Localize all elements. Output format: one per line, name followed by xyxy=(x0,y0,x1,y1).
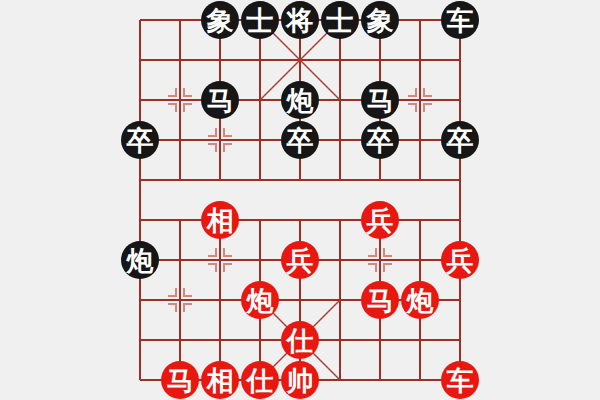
black-soldier-g7[interactable]: 卒 xyxy=(361,121,399,159)
black-advisor-f10[interactable]: 士 xyxy=(321,1,359,39)
red-horse-b1[interactable]: 马 xyxy=(161,361,199,399)
red-elephant-c5[interactable]: 相 xyxy=(201,201,239,239)
black-chariot-i10[interactable]: 车 xyxy=(441,1,479,39)
xiangqi-board[interactable]: 象士将士象车马炮马卒卒卒卒炮相兵兵兵炮马炮仕马相仕帅车 xyxy=(120,0,480,400)
red-soldier-g5[interactable]: 兵 xyxy=(361,201,399,239)
red-soldier-i4[interactable]: 兵 xyxy=(441,241,479,279)
black-horse-g8[interactable]: 马 xyxy=(361,81,399,119)
red-advisor-d1[interactable]: 仕 xyxy=(241,361,279,399)
red-general-e1[interactable]: 帅 xyxy=(281,361,319,399)
red-soldier-e4[interactable]: 兵 xyxy=(281,241,319,279)
black-advisor-d10[interactable]: 士 xyxy=(241,1,279,39)
black-cannon-a4[interactable]: 炮 xyxy=(121,241,159,279)
black-soldier-e7[interactable]: 卒 xyxy=(281,121,319,159)
red-horse-g3[interactable]: 马 xyxy=(361,281,399,319)
red-elephant-c1[interactable]: 相 xyxy=(201,361,239,399)
xiangqi-board-screen: 象士将士象车马炮马卒卒卒卒炮相兵兵兵炮马炮仕马相仕帅车 xyxy=(0,0,600,400)
black-elephant-c10[interactable]: 象 xyxy=(201,1,239,39)
red-advisor-e2[interactable]: 仕 xyxy=(281,321,319,359)
red-cannon-d3[interactable]: 炮 xyxy=(241,281,279,319)
black-elephant-g10[interactable]: 象 xyxy=(361,1,399,39)
black-general-e10[interactable]: 将 xyxy=(281,1,319,39)
black-horse-c8[interactable]: 马 xyxy=(201,81,239,119)
black-cannon-e8[interactable]: 炮 xyxy=(281,81,319,119)
black-soldier-i7[interactable]: 卒 xyxy=(441,121,479,159)
red-cannon-h3[interactable]: 炮 xyxy=(401,281,439,319)
black-soldier-a7[interactable]: 卒 xyxy=(121,121,159,159)
red-chariot-i1[interactable]: 车 xyxy=(441,361,479,399)
